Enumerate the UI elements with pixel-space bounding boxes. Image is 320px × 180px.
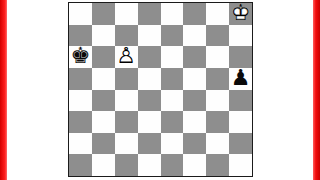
square-b1	[92, 154, 115, 176]
square-h1	[229, 154, 252, 176]
square-h3	[229, 111, 252, 133]
square-a2	[69, 133, 92, 155]
black-king: ♚	[69, 46, 92, 68]
square-g5	[206, 68, 229, 90]
square-f3	[183, 111, 206, 133]
square-b4	[92, 90, 115, 112]
square-c3	[115, 111, 138, 133]
square-c1	[115, 154, 138, 176]
square-h8: ♚♔	[229, 3, 252, 25]
square-d1	[138, 154, 161, 176]
square-b7	[92, 25, 115, 47]
right-red-bar	[313, 0, 320, 180]
square-c5	[115, 68, 138, 90]
square-c2	[115, 133, 138, 155]
square-g1	[206, 154, 229, 176]
square-e4	[161, 90, 184, 112]
white-pawn: ♟♙	[115, 46, 138, 68]
chess-board: ♚♔♚♟♙♟	[68, 2, 253, 177]
square-h5: ♟	[229, 68, 252, 90]
square-f7	[183, 25, 206, 47]
left-red-bar	[0, 0, 7, 180]
square-h2	[229, 133, 252, 155]
square-d4	[138, 90, 161, 112]
square-f8	[183, 3, 206, 25]
square-e8	[161, 3, 184, 25]
square-g4	[206, 90, 229, 112]
square-d8	[138, 3, 161, 25]
square-e2	[161, 133, 184, 155]
square-d5	[138, 68, 161, 90]
square-c6: ♟♙	[115, 46, 138, 68]
square-g6	[206, 46, 229, 68]
square-b5	[92, 68, 115, 90]
square-b2	[92, 133, 115, 155]
square-d7	[138, 25, 161, 47]
square-e5	[161, 68, 184, 90]
square-g7	[206, 25, 229, 47]
video-frame: ♚♔♚♟♙♟	[0, 0, 320, 180]
square-a6: ♚	[69, 46, 92, 68]
square-e7	[161, 25, 184, 47]
square-a3	[69, 111, 92, 133]
square-a4	[69, 90, 92, 112]
square-d3	[138, 111, 161, 133]
square-b8	[92, 3, 115, 25]
square-e1	[161, 154, 184, 176]
square-f6	[183, 46, 206, 68]
square-f4	[183, 90, 206, 112]
square-b3	[92, 111, 115, 133]
square-h4	[229, 90, 252, 112]
square-f1	[183, 154, 206, 176]
square-d6	[138, 46, 161, 68]
square-f5	[183, 68, 206, 90]
square-e3	[161, 111, 184, 133]
square-g3	[206, 111, 229, 133]
square-d2	[138, 133, 161, 155]
square-a8	[69, 3, 92, 25]
square-c4	[115, 90, 138, 112]
square-g2	[206, 133, 229, 155]
square-b6	[92, 46, 115, 68]
black-pawn: ♟	[229, 68, 252, 90]
square-g8	[206, 3, 229, 25]
square-f2	[183, 133, 206, 155]
square-e6	[161, 46, 184, 68]
square-c8	[115, 3, 138, 25]
white-king: ♚♔	[229, 3, 252, 25]
square-h7	[229, 25, 252, 47]
square-a5	[69, 68, 92, 90]
square-a1	[69, 154, 92, 176]
